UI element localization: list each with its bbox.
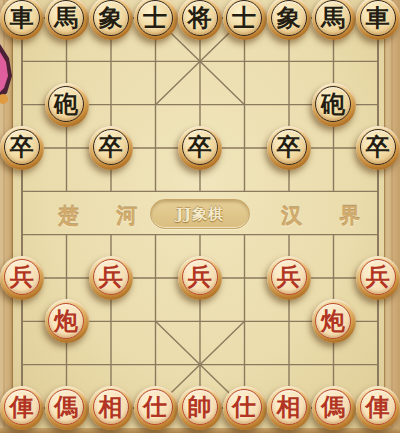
red-soldier-piece[interactable]: 兵 xyxy=(267,256,311,300)
piece-face: 相 xyxy=(93,389,129,425)
piece-face: 兵 xyxy=(4,259,40,295)
piece-glyph: 砲 xyxy=(321,92,345,116)
piece-face: 馬 xyxy=(315,0,351,36)
black-horse-piece[interactable]: 馬 xyxy=(312,0,356,40)
board-frame-right xyxy=(384,0,400,433)
red-advisor-piece[interactable]: 仕 xyxy=(134,386,178,430)
red-cannon-piece[interactable]: 炮 xyxy=(45,299,89,343)
piece-face: 炮 xyxy=(48,303,84,339)
piece-glyph: 傌 xyxy=(321,395,345,419)
piece-face: 士 xyxy=(137,0,173,36)
red-advisor-piece[interactable]: 仕 xyxy=(223,386,267,430)
piece-glyph: 卒 xyxy=(366,135,390,159)
piece-glyph: 炮 xyxy=(321,309,345,333)
piece-face: 仕 xyxy=(226,389,262,425)
piece-glyph: 兵 xyxy=(277,265,301,289)
app-badge-label: JJ象棋 xyxy=(176,205,224,224)
piece-glyph: 卒 xyxy=(10,135,34,159)
piece-glyph: 仕 xyxy=(143,395,167,419)
piece-glyph: 車 xyxy=(10,6,34,30)
piece-glyph: 砲 xyxy=(54,92,78,116)
red-soldier-piece[interactable]: 兵 xyxy=(89,256,133,300)
red-elephant-piece[interactable]: 相 xyxy=(89,386,133,430)
red-soldier-piece[interactable]: 兵 xyxy=(0,256,44,300)
river-label-right: 汉 界 xyxy=(281,202,375,230)
piece-face: 卒 xyxy=(4,129,40,165)
black-horse-piece[interactable]: 馬 xyxy=(45,0,89,40)
piece-face: 象 xyxy=(93,0,129,36)
piece-glyph: 象 xyxy=(277,6,301,30)
xiangqi-board[interactable]: 楚 河 汉 界 JJ象棋 車馬象士将士象馬車砲砲卒卒卒卒卒兵兵兵兵兵炮炮俥傌相仕… xyxy=(0,0,400,433)
piece-face: 卒 xyxy=(93,129,129,165)
red-chariot-piece[interactable]: 俥 xyxy=(356,386,400,430)
red-elephant-piece[interactable]: 相 xyxy=(267,386,311,430)
piece-face: 車 xyxy=(4,0,40,36)
piece-glyph: 象 xyxy=(99,6,123,30)
black-soldier-piece[interactable]: 卒 xyxy=(178,126,222,170)
red-horse-piece[interactable]: 傌 xyxy=(45,386,89,430)
red-chariot-piece[interactable]: 俥 xyxy=(0,386,44,430)
black-soldier-piece[interactable]: 卒 xyxy=(89,126,133,170)
app-badge: JJ象棋 xyxy=(150,199,250,229)
piece-face: 仕 xyxy=(137,389,173,425)
piece-face: 車 xyxy=(360,0,396,36)
piece-glyph: 帥 xyxy=(188,395,212,419)
piece-glyph: 相 xyxy=(99,395,123,419)
piece-face: 将 xyxy=(182,0,218,36)
red-general-piece[interactable]: 帥 xyxy=(178,386,222,430)
piece-face: 卒 xyxy=(360,129,396,165)
piece-face: 俥 xyxy=(360,389,396,425)
piece-face: 炮 xyxy=(315,303,351,339)
piece-glyph: 仕 xyxy=(232,395,256,419)
piece-face: 砲 xyxy=(315,86,351,122)
piece-glyph: 兵 xyxy=(188,265,212,289)
piece-glyph: 炮 xyxy=(54,309,78,333)
red-soldier-piece[interactable]: 兵 xyxy=(356,256,400,300)
piece-face: 卒 xyxy=(182,129,218,165)
edge-ornament-icon xyxy=(0,40,16,110)
red-horse-piece[interactable]: 傌 xyxy=(312,386,356,430)
piece-glyph: 馬 xyxy=(54,6,78,30)
piece-face: 傌 xyxy=(48,389,84,425)
piece-face: 俥 xyxy=(4,389,40,425)
piece-glyph: 兵 xyxy=(99,265,123,289)
piece-face: 砲 xyxy=(48,86,84,122)
piece-glyph: 士 xyxy=(143,6,167,30)
piece-face: 象 xyxy=(271,0,307,36)
piece-glyph: 相 xyxy=(277,395,301,419)
piece-glyph: 俥 xyxy=(366,395,390,419)
piece-face: 兵 xyxy=(93,259,129,295)
piece-face: 卒 xyxy=(271,129,307,165)
piece-glyph: 兵 xyxy=(366,265,390,289)
piece-glyph: 卒 xyxy=(99,135,123,159)
piece-glyph: 俥 xyxy=(10,395,34,419)
black-soldier-piece[interactable]: 卒 xyxy=(0,126,44,170)
black-soldier-piece[interactable]: 卒 xyxy=(267,126,311,170)
black-cannon-piece[interactable]: 砲 xyxy=(312,83,356,127)
piece-glyph: 車 xyxy=(366,6,390,30)
black-advisor-piece[interactable]: 士 xyxy=(134,0,178,40)
piece-face: 兵 xyxy=(271,259,307,295)
piece-face: 相 xyxy=(271,389,307,425)
piece-face: 士 xyxy=(226,0,262,36)
black-advisor-piece[interactable]: 士 xyxy=(223,0,267,40)
piece-glyph: 士 xyxy=(232,6,256,30)
river-label-left: 楚 河 xyxy=(58,202,152,230)
piece-face: 馬 xyxy=(48,0,84,36)
piece-face: 兵 xyxy=(360,259,396,295)
piece-glyph: 卒 xyxy=(188,135,212,159)
piece-glyph: 兵 xyxy=(10,265,34,289)
piece-glyph: 卒 xyxy=(277,135,301,159)
red-cannon-piece[interactable]: 炮 xyxy=(312,299,356,343)
piece-glyph: 傌 xyxy=(54,395,78,419)
piece-face: 傌 xyxy=(315,389,351,425)
piece-glyph: 将 xyxy=(188,6,212,30)
piece-face: 兵 xyxy=(182,259,218,295)
red-soldier-piece[interactable]: 兵 xyxy=(178,256,222,300)
piece-glyph: 馬 xyxy=(321,6,345,30)
black-cannon-piece[interactable]: 砲 xyxy=(45,83,89,127)
piece-face: 帥 xyxy=(182,389,218,425)
black-soldier-piece[interactable]: 卒 xyxy=(356,126,400,170)
